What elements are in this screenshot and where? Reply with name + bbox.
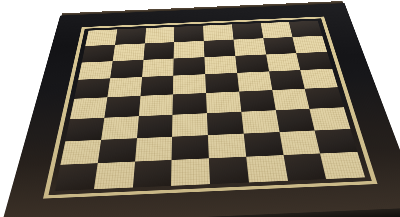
square-h3 [310, 107, 351, 130]
square-g7 [263, 37, 296, 54]
square-a8 [85, 29, 117, 46]
chessboard [1, 3, 400, 217]
square-e3 [207, 112, 244, 135]
square-e1 [209, 157, 249, 184]
square-c4 [138, 94, 173, 116]
square-h4 [305, 87, 344, 108]
square-d5 [173, 74, 206, 94]
square-e4 [206, 92, 241, 114]
square-a4 [70, 97, 107, 119]
square-g4 [272, 89, 310, 110]
square-c8 [144, 27, 174, 43]
square-a7 [82, 45, 115, 63]
square-b3 [101, 116, 138, 139]
square-h7 [293, 36, 327, 53]
square-e8 [203, 24, 233, 40]
board-frame [1, 3, 400, 217]
square-g8 [260, 22, 292, 38]
square-h6 [296, 52, 332, 71]
square-h1 [320, 152, 365, 179]
square-b7 [112, 43, 144, 61]
square-b1 [94, 162, 135, 190]
square-c3 [137, 115, 173, 138]
square-g3 [275, 109, 314, 132]
square-h2 [315, 129, 358, 154]
square-d6 [173, 57, 205, 76]
square-d7 [174, 41, 205, 59]
square-b5 [107, 77, 142, 97]
square-b6 [110, 60, 143, 79]
square-a3 [65, 118, 104, 141]
square-d3 [172, 113, 208, 136]
square-b2 [97, 138, 136, 163]
square-g5 [269, 70, 305, 90]
square-f5 [237, 72, 272, 92]
square-a6 [78, 61, 112, 80]
square-b8 [115, 28, 146, 45]
square-f1 [246, 155, 288, 182]
square-e2 [208, 133, 246, 158]
square-c1 [132, 160, 171, 187]
square-e7 [204, 39, 235, 56]
square-d8 [174, 26, 204, 42]
square-f4 [239, 90, 275, 112]
square-a5 [74, 78, 110, 98]
square-f6 [235, 54, 269, 73]
square-b4 [104, 96, 140, 118]
square-g2 [279, 130, 320, 155]
square-h5 [300, 69, 337, 89]
square-f8 [232, 23, 263, 39]
playing-field [55, 21, 365, 191]
square-c2 [135, 136, 173, 161]
square-e5 [205, 73, 239, 93]
square-f7 [233, 38, 265, 55]
square-c6 [142, 58, 174, 77]
square-h8 [289, 21, 322, 37]
square-a2 [60, 140, 101, 165]
square-c7 [143, 42, 174, 60]
square-e6 [204, 56, 237, 75]
square-f3 [241, 110, 279, 133]
square-g6 [266, 53, 301, 72]
square-d2 [172, 135, 209, 160]
photo-background [0, 0, 400, 217]
square-d1 [171, 158, 210, 185]
square-g1 [283, 154, 326, 181]
square-a1 [55, 163, 98, 191]
square-f2 [243, 132, 283, 157]
square-c5 [140, 76, 173, 96]
square-d4 [173, 93, 207, 115]
